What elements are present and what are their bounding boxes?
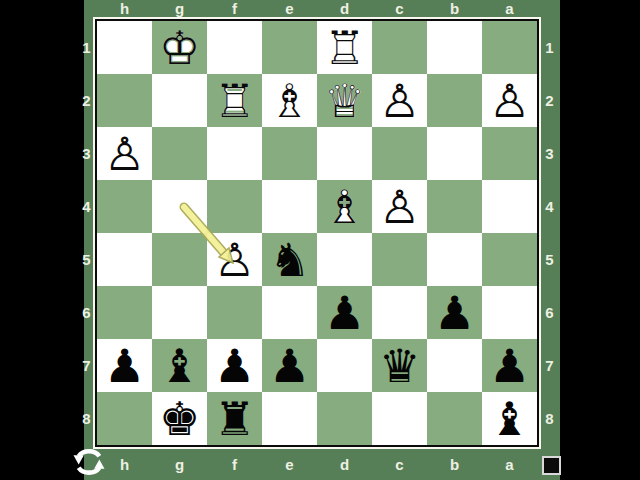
square-c5[interactable] (372, 233, 427, 286)
rank-label-left-8: 8 (79, 392, 94, 445)
square-a5[interactable] (482, 233, 537, 286)
square-b8[interactable] (427, 392, 482, 445)
white-queen-d2[interactable]: ♛♕ (317, 74, 372, 127)
black-rook-f8[interactable]: ♜ (207, 392, 262, 445)
square-f6[interactable] (207, 286, 262, 339)
square-d5[interactable] (317, 233, 372, 286)
file-label-top-b: b (427, 0, 482, 17)
flip-board-icon (71, 447, 107, 478)
square-h4[interactable] (97, 180, 152, 233)
rank-label-right-4: 4 (541, 180, 558, 233)
rank-label-left-7: 7 (79, 339, 94, 392)
file-label-top-e: e (262, 0, 317, 17)
file-label-bottom-c: c (372, 451, 427, 478)
square-a7[interactable]: ♟ (482, 339, 537, 392)
square-f5[interactable]: ♟♙ (207, 233, 262, 286)
square-b7[interactable] (427, 339, 482, 392)
square-d6[interactable]: ♟ (317, 286, 372, 339)
rank-label-left-4: 4 (79, 180, 94, 233)
file-label-top-d: d (317, 0, 372, 17)
square-d3[interactable] (317, 127, 372, 180)
black-bishop-g7[interactable]: ♝ (152, 339, 207, 392)
square-g2[interactable] (152, 74, 207, 127)
file-label-bottom-g: g (152, 451, 207, 478)
square-g4[interactable] (152, 180, 207, 233)
square-e6[interactable] (262, 286, 317, 339)
rank-label-right-6: 6 (541, 286, 558, 339)
square-d7[interactable] (317, 339, 372, 392)
square-b1[interactable] (427, 21, 482, 74)
white-bishop-d4[interactable]: ♝♗ (317, 180, 372, 233)
square-e3[interactable] (262, 127, 317, 180)
black-knight-e5[interactable]: ♞ (262, 233, 317, 286)
square-g8[interactable]: ♚ (152, 392, 207, 445)
square-h8[interactable] (97, 392, 152, 445)
black-pawn-b6[interactable]: ♟ (427, 286, 482, 339)
square-c2[interactable]: ♟♙ (372, 74, 427, 127)
square-d2[interactable]: ♛♕ (317, 74, 372, 127)
square-g1[interactable]: ♚♔ (152, 21, 207, 74)
square-a3[interactable] (482, 127, 537, 180)
white-bishop-e2[interactable]: ♝♗ (262, 74, 317, 127)
rank-label-left-1: 1 (79, 21, 94, 74)
square-c4[interactable]: ♟♙ (372, 180, 427, 233)
white-pawn-f5[interactable]: ♟♙ (207, 233, 262, 286)
white-pawn-h3[interactable]: ♟♙ (97, 127, 152, 180)
square-d8[interactable] (317, 392, 372, 445)
file-label-top-a: a (482, 0, 537, 17)
flip-board-button[interactable] (71, 447, 107, 478)
square-a1[interactable] (482, 21, 537, 74)
square-h1[interactable] (97, 21, 152, 74)
square-h5[interactable] (97, 233, 152, 286)
black-king-g8[interactable]: ♚ (152, 392, 207, 445)
black-pawn-f7[interactable]: ♟ (207, 339, 262, 392)
black-pawn-a7[interactable]: ♟ (482, 339, 537, 392)
square-b2[interactable] (427, 74, 482, 127)
square-d1[interactable]: ♜♖ (317, 21, 372, 74)
square-c8[interactable] (372, 392, 427, 445)
square-a4[interactable] (482, 180, 537, 233)
square-f1[interactable] (207, 21, 262, 74)
square-e2[interactable]: ♝♗ (262, 74, 317, 127)
rank-label-right-5: 5 (541, 233, 558, 286)
square-f8[interactable]: ♜ (207, 392, 262, 445)
white-pawn-c4[interactable]: ♟♙ (372, 180, 427, 233)
square-f2[interactable]: ♜♖ (207, 74, 262, 127)
chess-board: ♚♔♜♖♜♖♝♗♛♕♟♙♟♙♟♙♝♗♟♙♟♙♞♟♟♟♝♟♟♛♟♚♜♝ (95, 19, 539, 447)
square-e5[interactable]: ♞ (262, 233, 317, 286)
square-c3[interactable] (372, 127, 427, 180)
square-e8[interactable] (262, 392, 317, 445)
square-h7[interactable]: ♟ (97, 339, 152, 392)
file-label-bottom-b: b (427, 451, 482, 478)
square-e1[interactable] (262, 21, 317, 74)
rank-label-right-3: 3 (541, 127, 558, 180)
rank-label-right-7: 7 (541, 339, 558, 392)
black-queen-c7[interactable]: ♛ (372, 339, 427, 392)
square-e7[interactable]: ♟ (262, 339, 317, 392)
square-h3[interactable]: ♟♙ (97, 127, 152, 180)
square-b3[interactable] (427, 127, 482, 180)
rank-label-right-2: 2 (541, 74, 558, 127)
rank-label-left-2: 2 (79, 74, 94, 127)
square-h6[interactable] (97, 286, 152, 339)
square-f4[interactable] (207, 180, 262, 233)
square-a6[interactable] (482, 286, 537, 339)
black-bishop-a8[interactable]: ♝ (482, 392, 537, 445)
square-c7[interactable]: ♛ (372, 339, 427, 392)
square-h2[interactable] (97, 74, 152, 127)
square-f7[interactable]: ♟ (207, 339, 262, 392)
file-label-bottom-f: f (207, 451, 262, 478)
rank-label-left-5: 5 (79, 233, 94, 286)
square-a2[interactable]: ♟♙ (482, 74, 537, 127)
white-pawn-c2[interactable]: ♟♙ (372, 74, 427, 127)
square-g3[interactable] (152, 127, 207, 180)
square-b6[interactable]: ♟ (427, 286, 482, 339)
file-label-bottom-a: a (482, 451, 537, 478)
black-pawn-h7[interactable]: ♟ (97, 339, 152, 392)
white-pawn-a2[interactable]: ♟♙ (482, 74, 537, 127)
stop-square-icon[interactable] (542, 456, 561, 475)
file-label-bottom-d: d (317, 451, 372, 478)
square-c6[interactable] (372, 286, 427, 339)
square-e4[interactable] (262, 180, 317, 233)
square-f3[interactable] (207, 127, 262, 180)
square-g7[interactable]: ♝ (152, 339, 207, 392)
white-king-g1[interactable]: ♚♔ (152, 21, 207, 74)
square-a8[interactable]: ♝ (482, 392, 537, 445)
black-pawn-d6[interactable]: ♟ (317, 286, 372, 339)
rank-label-right-1: 1 (541, 21, 558, 74)
rank-label-left-3: 3 (79, 127, 94, 180)
square-g6[interactable] (152, 286, 207, 339)
file-label-top-f: f (207, 0, 262, 17)
file-label-top-h: h (97, 0, 152, 17)
square-g5[interactable] (152, 233, 207, 286)
file-label-top-c: c (372, 0, 427, 17)
rank-label-right-8: 8 (541, 392, 558, 445)
square-d4[interactable]: ♝♗ (317, 180, 372, 233)
white-rook-f2[interactable]: ♜♖ (207, 74, 262, 127)
square-c1[interactable] (372, 21, 427, 74)
rank-label-left-6: 6 (79, 286, 94, 339)
black-pawn-e7[interactable]: ♟ (262, 339, 317, 392)
file-label-top-g: g (152, 0, 207, 17)
white-rook-d1[interactable]: ♜♖ (317, 21, 372, 74)
square-b4[interactable] (427, 180, 482, 233)
square-b5[interactable] (427, 233, 482, 286)
file-label-bottom-e: e (262, 451, 317, 478)
